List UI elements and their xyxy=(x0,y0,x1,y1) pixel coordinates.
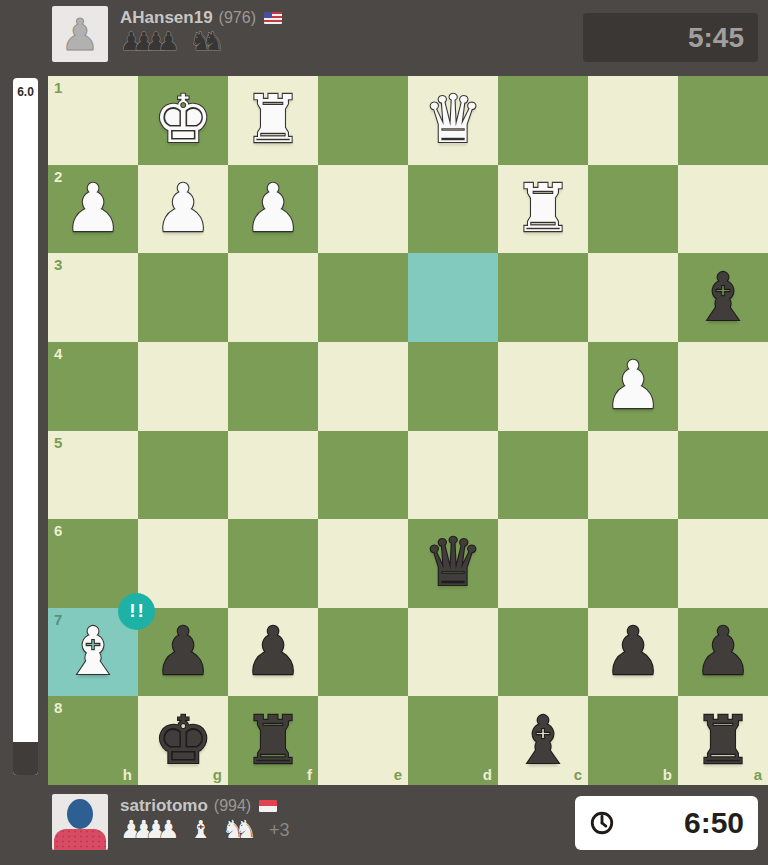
square-a5[interactable] xyxy=(678,431,768,520)
chess-game-screen: ♟ AHansen19 (976) ♟♟♟♟♞♞ 5:45 6.0 1♚♜♛2♟… xyxy=(0,0,768,865)
black-bishop[interactable]: ♝ xyxy=(678,253,768,342)
white-rook[interactable]: ♜ xyxy=(498,165,588,254)
square-a2[interactable] xyxy=(678,165,768,254)
eval-score: 6.0 xyxy=(13,85,38,99)
square-h8[interactable]: 8h xyxy=(48,696,138,785)
file-label-d: d xyxy=(483,767,492,782)
bottom-player-name[interactable]: satriotomo xyxy=(120,796,208,816)
captured-knight-icon: ♞ xyxy=(202,29,224,55)
square-h7[interactable]: 7♝!! xyxy=(48,608,138,697)
square-f4[interactable] xyxy=(228,342,318,431)
square-g4[interactable] xyxy=(138,342,228,431)
square-c3[interactable] xyxy=(498,253,588,342)
file-label-b: b xyxy=(663,767,672,782)
black-pawn[interactable]: ♟ xyxy=(678,608,768,697)
black-king[interactable]: ♚ xyxy=(138,696,228,785)
square-h2[interactable]: 2♟ xyxy=(48,165,138,254)
captured-pawn-group: ♟♟♟♟ xyxy=(120,29,180,55)
square-d7[interactable] xyxy=(408,608,498,697)
top-player-info: AHansen19 (976) ♟♟♟♟♞♞ xyxy=(120,6,282,55)
square-b5[interactable] xyxy=(588,431,678,520)
square-h1[interactable]: 1 xyxy=(48,76,138,165)
top-player-avatar[interactable]: ♟ xyxy=(52,6,108,62)
top-player-name[interactable]: AHansen19 xyxy=(120,8,213,28)
square-e7[interactable] xyxy=(318,608,408,697)
bottom-player-row: satriotomo (994) ♟♟♟♟♝♞♞ +3 xyxy=(52,794,289,852)
black-pawn[interactable]: ♟ xyxy=(588,608,678,697)
bottom-player-rating: (994) xyxy=(214,797,251,815)
square-b7[interactable]: ♟ xyxy=(588,608,678,697)
captured-knight-icon: ♞ xyxy=(235,817,257,843)
square-e2[interactable] xyxy=(318,165,408,254)
square-e5[interactable] xyxy=(318,431,408,520)
white-pawn[interactable]: ♟ xyxy=(588,342,678,431)
clock-icon xyxy=(589,810,615,836)
square-f3[interactable] xyxy=(228,253,318,342)
square-c2[interactable]: ♜ xyxy=(498,165,588,254)
square-g1[interactable]: ♚ xyxy=(138,76,228,165)
white-pawn[interactable]: ♟ xyxy=(228,165,318,254)
square-h5[interactable]: 5 xyxy=(48,431,138,520)
square-d6[interactable]: ♛ xyxy=(408,519,498,608)
white-pawn[interactable]: ♟ xyxy=(48,165,138,254)
square-c5[interactable] xyxy=(498,431,588,520)
bottom-player-clock: 6:50 xyxy=(575,796,758,850)
bottom-captured-pieces: ♟♟♟♟♝♞♞ xyxy=(120,817,267,843)
square-g6[interactable] xyxy=(138,519,228,608)
square-f2[interactable]: ♟ xyxy=(228,165,318,254)
black-queen[interactable]: ♛ xyxy=(408,519,498,608)
us-flag-icon xyxy=(264,12,282,24)
square-b1[interactable] xyxy=(588,76,678,165)
square-f5[interactable] xyxy=(228,431,318,520)
captured-knight-group: ♞♞ xyxy=(222,817,257,843)
square-g8[interactable]: g♚ xyxy=(138,696,228,785)
square-c8[interactable]: c♝ xyxy=(498,696,588,785)
square-h6[interactable]: 6 xyxy=(48,519,138,608)
captured-pawn-group: ♟♟♟♟ xyxy=(120,817,180,843)
file-label-h: h xyxy=(123,767,132,782)
captured-pawn-icon: ♟ xyxy=(157,817,179,843)
square-e6[interactable] xyxy=(318,519,408,608)
top-clock-time: 5:45 xyxy=(688,22,744,54)
white-pawn[interactable]: ♟ xyxy=(138,165,228,254)
square-b8[interactable]: b xyxy=(588,696,678,785)
top-player-rating: (976) xyxy=(219,9,256,27)
person-avatar-shirt xyxy=(54,829,106,850)
square-g3[interactable] xyxy=(138,253,228,342)
captured-pawn-icon: ♟ xyxy=(157,29,179,55)
square-a1[interactable] xyxy=(678,76,768,165)
rank-label-1: 1 xyxy=(54,80,62,95)
board: 1♚♜♛2♟♟♟♜3♝4♟56♛7♝!!♟♟♟♟8hg♚f♜edc♝ba♜ xyxy=(48,76,768,785)
square-a4[interactable] xyxy=(678,342,768,431)
eval-bar: 6.0 xyxy=(13,78,38,775)
black-bishop[interactable]: ♝ xyxy=(498,696,588,785)
square-d5[interactable] xyxy=(408,431,498,520)
square-f1[interactable]: ♜ xyxy=(228,76,318,165)
top-captured-pieces: ♟♟♟♟♞♞ xyxy=(120,29,282,55)
square-b3[interactable] xyxy=(588,253,678,342)
square-a6[interactable] xyxy=(678,519,768,608)
square-h3[interactable]: 3 xyxy=(48,253,138,342)
square-a7[interactable]: ♟ xyxy=(678,608,768,697)
square-f8[interactable]: f♜ xyxy=(228,696,318,785)
square-c7[interactable] xyxy=(498,608,588,697)
bottom-player-info: satriotomo (994) ♟♟♟♟♝♞♞ +3 xyxy=(120,794,289,843)
rank-label-4: 4 xyxy=(54,346,62,361)
top-player-clock: 5:45 xyxy=(583,13,758,62)
black-pawn[interactable]: ♟ xyxy=(228,608,318,697)
top-player-row: ♟ AHansen19 (976) ♟♟♟♟♞♞ xyxy=(52,6,282,64)
person-avatar-icon xyxy=(67,799,93,829)
square-b6[interactable] xyxy=(588,519,678,608)
square-e4[interactable] xyxy=(318,342,408,431)
square-g5[interactable] xyxy=(138,431,228,520)
rank-label-8: 8 xyxy=(54,700,62,715)
white-queen[interactable]: ♛ xyxy=(408,76,498,165)
indonesia-flag-icon xyxy=(259,800,277,812)
square-e8[interactable]: e xyxy=(318,696,408,785)
square-f7[interactable]: ♟ xyxy=(228,608,318,697)
material-advantage: +3 xyxy=(269,820,290,841)
rank-label-6: 6 xyxy=(54,523,62,538)
square-d4[interactable] xyxy=(408,342,498,431)
file-label-e: e xyxy=(394,767,402,782)
square-b2[interactable] xyxy=(588,165,678,254)
white-king[interactable]: ♚ xyxy=(138,76,228,165)
square-g2[interactable]: ♟ xyxy=(138,165,228,254)
rank-label-3: 3 xyxy=(54,257,62,272)
bottom-player-avatar[interactable] xyxy=(52,794,108,850)
square-h4[interactable]: 4 xyxy=(48,342,138,431)
black-rook[interactable]: ♜ xyxy=(228,696,318,785)
square-d2[interactable] xyxy=(408,165,498,254)
square-a8[interactable]: a♜ xyxy=(678,696,768,785)
captured-knight-group: ♞♞ xyxy=(190,29,225,55)
white-rook[interactable]: ♜ xyxy=(228,76,318,165)
square-c1[interactable] xyxy=(498,76,588,165)
square-c4[interactable] xyxy=(498,342,588,431)
square-f6[interactable] xyxy=(228,519,318,608)
captured-bishop-group: ♝ xyxy=(190,817,212,843)
eval-bar-black-section xyxy=(13,742,38,775)
square-d1[interactable]: ♛ xyxy=(408,76,498,165)
bottom-captured-row: ♟♟♟♟♝♞♞ +3 xyxy=(120,817,289,843)
square-d8[interactable]: d xyxy=(408,696,498,785)
square-a3[interactable]: ♝ xyxy=(678,253,768,342)
rank-label-5: 5 xyxy=(54,435,62,450)
square-e1[interactable] xyxy=(318,76,408,165)
square-e3[interactable] xyxy=(318,253,408,342)
square-c6[interactable] xyxy=(498,519,588,608)
black-rook[interactable]: ♜ xyxy=(678,696,768,785)
brilliant-move-badge: !! xyxy=(118,593,155,630)
captured-bishop-icon: ♝ xyxy=(190,817,212,843)
square-b4[interactable]: ♟ xyxy=(588,342,678,431)
bottom-clock-time: 6:50 xyxy=(615,806,744,840)
square-d3[interactable] xyxy=(408,253,498,342)
pawn-avatar-icon: ♟ xyxy=(52,6,108,62)
